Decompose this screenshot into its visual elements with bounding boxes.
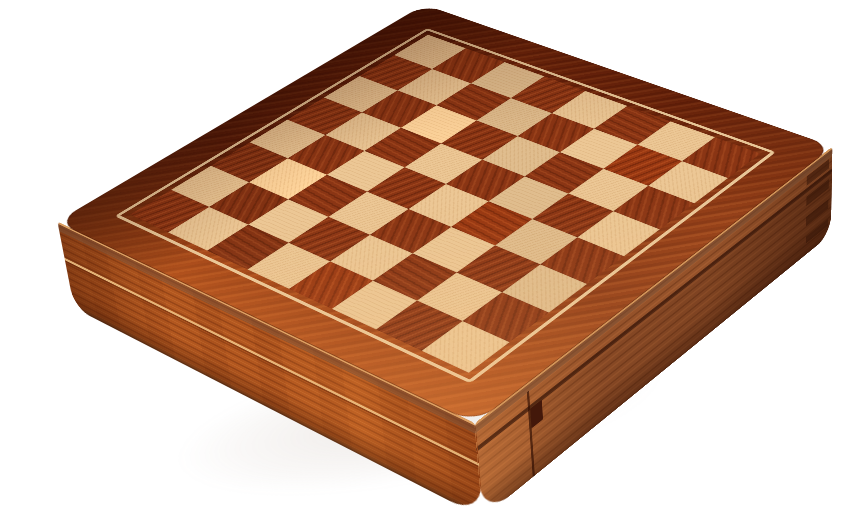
square-r1c0 — [168, 207, 248, 251]
square-r7c5 — [613, 186, 694, 230]
square-r7c6 — [648, 161, 728, 203]
square-r2c0 — [207, 225, 288, 270]
square-r7c0 — [422, 321, 510, 373]
square-r5c0 — [332, 281, 417, 330]
square-r7c4 — [577, 211, 659, 256]
square-r5c4 — [489, 176, 569, 219]
scene — [0, 0, 850, 529]
square-r4c1 — [330, 235, 413, 281]
board-top — [57, 4, 834, 424]
square-r6c3 — [495, 219, 577, 264]
square-r6c0 — [376, 301, 462, 351]
square-r4c2 — [370, 209, 451, 253]
square-r6c4 — [532, 194, 613, 238]
square-r5c1 — [373, 253, 457, 300]
square-r6c2 — [457, 245, 541, 292]
square-r7c3 — [540, 237, 624, 284]
square-r2c1 — [248, 199, 328, 242]
square-r7c1 — [463, 292, 549, 342]
square-r5c3 — [451, 201, 532, 245]
square-r6c1 — [417, 273, 502, 322]
square-r3c2 — [328, 192, 408, 235]
square-r4c0 — [289, 261, 373, 308]
square-r3c0 — [248, 243, 331, 289]
square-r7c2 — [502, 264, 587, 312]
product-photo — [0, 0, 850, 529]
square-r5c2 — [413, 227, 495, 273]
square-r3c1 — [289, 217, 370, 262]
chess-box — [57, 4, 834, 424]
square-r6c5 — [568, 169, 648, 211]
square-r4c3 — [409, 184, 489, 227]
